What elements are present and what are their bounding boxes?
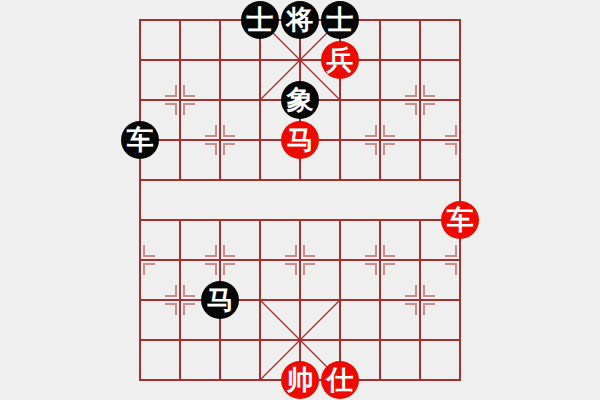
black-chariot[interactable]: 车 [121, 121, 159, 159]
intersection[interactable] [440, 0, 480, 40]
intersection[interactable] [400, 320, 440, 360]
red-general[interactable]: 帅 [281, 361, 319, 399]
intersection[interactable] [120, 360, 160, 400]
intersection[interactable] [440, 80, 480, 120]
intersection[interactable] [200, 240, 240, 280]
intersection[interactable] [120, 200, 160, 240]
intersection[interactable] [440, 240, 480, 280]
red-soldier[interactable]: 兵 [321, 41, 359, 79]
red-horse[interactable]: 马 [281, 121, 319, 159]
intersection[interactable]: 将 [280, 0, 320, 40]
intersection[interactable] [120, 320, 160, 360]
intersection[interactable] [360, 120, 400, 160]
intersection[interactable] [440, 160, 480, 200]
intersection[interactable] [280, 280, 320, 320]
intersection[interactable] [120, 80, 160, 120]
intersection[interactable] [400, 360, 440, 400]
intersection[interactable]: 马 [280, 120, 320, 160]
intersection[interactable]: 车 [120, 120, 160, 160]
intersection[interactable] [320, 240, 360, 280]
intersection[interactable] [240, 40, 280, 80]
red-advisor[interactable]: 仕 [321, 361, 359, 399]
intersection[interactable] [360, 280, 400, 320]
intersection[interactable] [280, 200, 320, 240]
intersection[interactable] [200, 0, 240, 40]
intersection[interactable] [360, 200, 400, 240]
intersection[interactable] [440, 360, 480, 400]
intersection[interactable] [240, 200, 280, 240]
intersection[interactable] [120, 280, 160, 320]
intersection[interactable] [440, 120, 480, 160]
intersection[interactable] [400, 80, 440, 120]
intersection[interactable] [400, 160, 440, 200]
intersection[interactable] [280, 40, 320, 80]
red-chariot[interactable]: 车 [441, 201, 479, 239]
intersection[interactable] [160, 200, 200, 240]
intersection[interactable] [320, 160, 360, 200]
intersection[interactable] [160, 120, 200, 160]
intersection[interactable] [160, 360, 200, 400]
xiangqi-board-screen: 士将士兵象车马车马帅仕 [0, 0, 600, 400]
intersection[interactable] [240, 360, 280, 400]
intersection[interactable] [360, 40, 400, 80]
intersection[interactable] [280, 240, 320, 280]
intersection[interactable] [320, 120, 360, 160]
intersection[interactable] [400, 240, 440, 280]
intersection[interactable] [160, 80, 200, 120]
intersection[interactable] [160, 40, 200, 80]
intersection[interactable] [200, 40, 240, 80]
intersection[interactable] [320, 200, 360, 240]
intersection[interactable] [160, 240, 200, 280]
intersection[interactable] [360, 160, 400, 200]
intersection[interactable] [200, 360, 240, 400]
intersection[interactable] [400, 40, 440, 80]
black-advisor[interactable]: 士 [321, 1, 359, 39]
intersection[interactable] [240, 240, 280, 280]
intersection[interactable] [320, 280, 360, 320]
intersection[interactable]: 仕 [320, 360, 360, 400]
intersection[interactable]: 士 [320, 0, 360, 40]
intersection[interactable] [200, 120, 240, 160]
intersection[interactable] [320, 80, 360, 120]
intersection[interactable] [360, 0, 400, 40]
intersection[interactable] [440, 40, 480, 80]
intersection[interactable] [120, 40, 160, 80]
intersection[interactable] [400, 200, 440, 240]
black-general[interactable]: 将 [281, 1, 319, 39]
intersection[interactable] [120, 0, 160, 40]
intersection[interactable]: 士 [240, 0, 280, 40]
intersection[interactable] [440, 320, 480, 360]
intersection[interactable] [240, 120, 280, 160]
intersection[interactable] [400, 0, 440, 40]
intersection[interactable] [200, 80, 240, 120]
intersection[interactable] [440, 280, 480, 320]
intersection[interactable] [160, 160, 200, 200]
intersection[interactable]: 兵 [320, 40, 360, 80]
black-horse[interactable]: 马 [201, 281, 239, 319]
intersection[interactable] [120, 160, 160, 200]
intersection[interactable] [400, 120, 440, 160]
intersection[interactable]: 马 [200, 280, 240, 320]
intersection[interactable] [400, 280, 440, 320]
intersection[interactable]: 象 [280, 80, 320, 120]
intersection[interactable] [240, 280, 280, 320]
intersection[interactable] [360, 80, 400, 120]
intersection[interactable] [200, 200, 240, 240]
black-advisor[interactable]: 士 [241, 1, 279, 39]
intersection[interactable] [360, 240, 400, 280]
intersection[interactable] [120, 240, 160, 280]
intersection[interactable] [240, 320, 280, 360]
intersection[interactable] [360, 320, 400, 360]
intersection[interactable] [360, 360, 400, 400]
intersection[interactable] [160, 320, 200, 360]
intersection[interactable] [280, 320, 320, 360]
intersection[interactable] [160, 0, 200, 40]
intersection[interactable] [240, 80, 280, 120]
intersection[interactable]: 帅 [280, 360, 320, 400]
intersection[interactable] [160, 280, 200, 320]
intersection[interactable] [200, 320, 240, 360]
intersection[interactable] [240, 160, 280, 200]
intersection[interactable] [280, 160, 320, 200]
intersection[interactable] [200, 160, 240, 200]
xiangqi-board: 士将士兵象车马车马帅仕 [120, 0, 480, 400]
intersection[interactable]: 车 [440, 200, 480, 240]
intersection[interactable] [320, 320, 360, 360]
black-elephant[interactable]: 象 [281, 81, 319, 119]
